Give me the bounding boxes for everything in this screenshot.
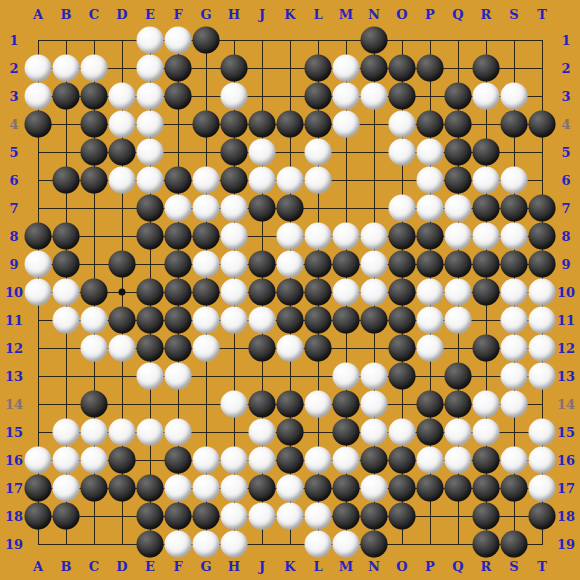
stone-white[interactable]: [249, 447, 276, 474]
stone-black[interactable]: [501, 475, 528, 502]
stone-black[interactable]: [305, 475, 332, 502]
stone-white[interactable]: [305, 447, 332, 474]
stone-white[interactable]: [109, 419, 136, 446]
stone-black[interactable]: [165, 223, 192, 250]
stone-white[interactable]: [529, 447, 556, 474]
stone-black[interactable]: [333, 419, 360, 446]
stone-white[interactable]: [221, 83, 248, 110]
stone-white[interactable]: [417, 279, 444, 306]
stone-white[interactable]: [277, 335, 304, 362]
stone-black[interactable]: [417, 251, 444, 278]
stone-white[interactable]: [221, 503, 248, 530]
stone-black[interactable]: [277, 111, 304, 138]
stone-black[interactable]: [529, 223, 556, 250]
stone-black[interactable]: [277, 419, 304, 446]
stone-black[interactable]: [529, 111, 556, 138]
stone-black[interactable]: [445, 475, 472, 502]
stone-black[interactable]: [53, 167, 80, 194]
grid-line-horizontal: [38, 544, 543, 545]
stone-black[interactable]: [249, 475, 276, 502]
stone-white[interactable]: [53, 279, 80, 306]
coord-label-left: 16: [5, 454, 23, 467]
coord-label-top: A: [33, 8, 43, 21]
stone-white[interactable]: [333, 531, 360, 558]
stone-white[interactable]: [221, 447, 248, 474]
stone-white[interactable]: [25, 83, 52, 110]
stone-black[interactable]: [333, 307, 360, 334]
stone-white[interactable]: [221, 531, 248, 558]
stone-black[interactable]: [473, 55, 500, 82]
stone-black[interactable]: [389, 447, 416, 474]
stone-black[interactable]: [221, 55, 248, 82]
coord-label-left: 1: [9, 34, 18, 47]
stone-black[interactable]: [389, 83, 416, 110]
stone-white[interactable]: [109, 335, 136, 362]
stone-black[interactable]: [473, 251, 500, 278]
stone-white[interactable]: [193, 195, 220, 222]
coord-label-bottom: T: [537, 560, 547, 573]
stone-white[interactable]: [221, 195, 248, 222]
stone-white[interactable]: [473, 419, 500, 446]
stone-black[interactable]: [165, 251, 192, 278]
stone-black[interactable]: [249, 195, 276, 222]
stone-black[interactable]: [109, 447, 136, 474]
stone-white[interactable]: [333, 55, 360, 82]
stone-white[interactable]: [109, 167, 136, 194]
stone-white[interactable]: [501, 279, 528, 306]
coord-label-left: 17: [5, 482, 23, 495]
stone-white[interactable]: [221, 279, 248, 306]
stone-white[interactable]: [445, 195, 472, 222]
stone-white[interactable]: [333, 83, 360, 110]
stone-black[interactable]: [81, 83, 108, 110]
stone-black[interactable]: [165, 307, 192, 334]
stone-black[interactable]: [501, 195, 528, 222]
stone-white[interactable]: [501, 223, 528, 250]
stone-white[interactable]: [445, 279, 472, 306]
coord-label-right: 12: [557, 342, 575, 355]
stone-white[interactable]: [81, 55, 108, 82]
coord-label-bottom: C: [89, 560, 99, 573]
coord-label-left: 2: [9, 62, 18, 75]
stone-white[interactable]: [445, 419, 472, 446]
stone-white[interactable]: [361, 83, 388, 110]
stone-white[interactable]: [305, 391, 332, 418]
stone-white[interactable]: [193, 335, 220, 362]
stone-black[interactable]: [137, 475, 164, 502]
stone-black[interactable]: [361, 27, 388, 54]
stone-white[interactable]: [277, 475, 304, 502]
stone-white[interactable]: [53, 307, 80, 334]
stone-black[interactable]: [417, 391, 444, 418]
stone-black[interactable]: [389, 363, 416, 390]
coord-label-bottom: L: [313, 560, 322, 573]
stone-black[interactable]: [417, 55, 444, 82]
stone-black[interactable]: [417, 419, 444, 446]
stone-white[interactable]: [165, 363, 192, 390]
stone-white[interactable]: [305, 503, 332, 530]
coord-label-right: 17: [557, 482, 575, 495]
stone-black[interactable]: [137, 279, 164, 306]
stone-black[interactable]: [445, 83, 472, 110]
coord-label-top: G: [200, 8, 211, 21]
coord-label-right: 5: [561, 146, 570, 159]
stone-black[interactable]: [221, 167, 248, 194]
stone-white[interactable]: [529, 475, 556, 502]
stone-black[interactable]: [361, 55, 388, 82]
stone-black[interactable]: [109, 475, 136, 502]
stone-black[interactable]: [389, 55, 416, 82]
stone-black[interactable]: [417, 111, 444, 138]
stone-black[interactable]: [361, 503, 388, 530]
stone-black[interactable]: [81, 139, 108, 166]
stone-white[interactable]: [81, 419, 108, 446]
stone-black[interactable]: [81, 279, 108, 306]
stone-black[interactable]: [529, 195, 556, 222]
stone-black[interactable]: [53, 83, 80, 110]
stone-white[interactable]: [529, 419, 556, 446]
stone-white[interactable]: [529, 363, 556, 390]
stone-white[interactable]: [361, 363, 388, 390]
stone-black[interactable]: [165, 167, 192, 194]
stone-black[interactable]: [137, 223, 164, 250]
stone-white[interactable]: [137, 167, 164, 194]
stone-black[interactable]: [305, 83, 332, 110]
stone-black[interactable]: [501, 251, 528, 278]
stone-black[interactable]: [277, 391, 304, 418]
stone-black[interactable]: [389, 223, 416, 250]
coord-label-right: 4: [561, 118, 570, 131]
stone-white[interactable]: [529, 307, 556, 334]
stone-white[interactable]: [333, 111, 360, 138]
stone-white[interactable]: [361, 251, 388, 278]
stone-black[interactable]: [109, 307, 136, 334]
stone-black[interactable]: [25, 223, 52, 250]
stone-black[interactable]: [305, 279, 332, 306]
stone-black[interactable]: [473, 195, 500, 222]
coord-label-right: 18: [557, 510, 575, 523]
stone-white[interactable]: [473, 83, 500, 110]
stone-white[interactable]: [53, 419, 80, 446]
stone-black[interactable]: [361, 531, 388, 558]
stone-black[interactable]: [221, 111, 248, 138]
stone-white[interactable]: [361, 391, 388, 418]
stone-black[interactable]: [445, 167, 472, 194]
stone-black[interactable]: [305, 111, 332, 138]
stone-black[interactable]: [473, 139, 500, 166]
stone-black[interactable]: [445, 363, 472, 390]
stone-black[interactable]: [137, 335, 164, 362]
stone-black[interactable]: [25, 111, 52, 138]
stone-white[interactable]: [417, 195, 444, 222]
coord-label-top: R: [481, 8, 492, 21]
stone-black[interactable]: [53, 251, 80, 278]
stone-black[interactable]: [165, 83, 192, 110]
stone-white[interactable]: [389, 419, 416, 446]
stone-white[interactable]: [193, 531, 220, 558]
stone-white[interactable]: [445, 307, 472, 334]
coord-label-bottom: H: [228, 560, 240, 573]
coord-label-right: 19: [557, 538, 575, 551]
stone-white[interactable]: [137, 83, 164, 110]
stone-black[interactable]: [305, 251, 332, 278]
stone-black[interactable]: [361, 447, 388, 474]
stone-black[interactable]: [277, 279, 304, 306]
stone-white[interactable]: [277, 167, 304, 194]
stone-black[interactable]: [53, 223, 80, 250]
stone-white[interactable]: [81, 447, 108, 474]
stone-white[interactable]: [501, 447, 528, 474]
stone-white[interactable]: [277, 223, 304, 250]
stone-white[interactable]: [501, 83, 528, 110]
stone-white[interactable]: [473, 167, 500, 194]
stone-white[interactable]: [473, 391, 500, 418]
stone-black[interactable]: [417, 475, 444, 502]
stone-black[interactable]: [389, 279, 416, 306]
stone-black[interactable]: [333, 391, 360, 418]
stone-white[interactable]: [361, 419, 388, 446]
coord-label-bottom: A: [33, 560, 43, 573]
stone-white[interactable]: [445, 223, 472, 250]
stone-black[interactable]: [249, 335, 276, 362]
stone-white[interactable]: [445, 447, 472, 474]
stone-white[interactable]: [53, 447, 80, 474]
stone-white[interactable]: [417, 335, 444, 362]
stone-white[interactable]: [221, 223, 248, 250]
stone-black[interactable]: [277, 307, 304, 334]
stone-black[interactable]: [137, 307, 164, 334]
stone-black[interactable]: [249, 251, 276, 278]
coord-label-bottom: S: [509, 560, 518, 573]
stone-white[interactable]: [501, 391, 528, 418]
stone-black[interactable]: [445, 391, 472, 418]
stone-black[interactable]: [249, 111, 276, 138]
stone-white[interactable]: [109, 83, 136, 110]
coord-label-bottom: Q: [452, 560, 463, 573]
stone-black[interactable]: [193, 503, 220, 530]
stone-black[interactable]: [193, 223, 220, 250]
stone-white[interactable]: [53, 475, 80, 502]
coord-label-top: J: [259, 8, 265, 21]
stone-black[interactable]: [249, 279, 276, 306]
go-board[interactable]: AABBCCDDEEFFGGHHJJKKLLMMNNOOPPQQRRSSTT11…: [0, 0, 580, 580]
stone-white[interactable]: [193, 251, 220, 278]
stone-white[interactable]: [137, 111, 164, 138]
stone-black[interactable]: [473, 531, 500, 558]
stone-black[interactable]: [361, 307, 388, 334]
coord-label-right: 1: [561, 34, 570, 47]
stone-black[interactable]: [81, 391, 108, 418]
stone-white[interactable]: [25, 279, 52, 306]
stone-black[interactable]: [81, 167, 108, 194]
stone-black[interactable]: [165, 335, 192, 362]
stone-black[interactable]: [137, 195, 164, 222]
stone-white[interactable]: [249, 307, 276, 334]
stone-white[interactable]: [333, 447, 360, 474]
coord-label-bottom: O: [396, 560, 407, 573]
coord-label-top: P: [425, 8, 435, 21]
stone-white[interactable]: [25, 251, 52, 278]
stone-white[interactable]: [193, 475, 220, 502]
stone-white[interactable]: [165, 419, 192, 446]
stone-white[interactable]: [389, 195, 416, 222]
stone-black[interactable]: [193, 111, 220, 138]
coord-label-right: 13: [557, 370, 575, 383]
stone-black[interactable]: [445, 251, 472, 278]
stone-white[interactable]: [305, 531, 332, 558]
stone-black[interactable]: [529, 251, 556, 278]
coord-label-top: T: [537, 8, 547, 21]
stone-black[interactable]: [53, 503, 80, 530]
stone-white[interactable]: [81, 307, 108, 334]
stone-white[interactable]: [501, 363, 528, 390]
stone-white[interactable]: [305, 167, 332, 194]
stone-black[interactable]: [389, 503, 416, 530]
stone-white[interactable]: [221, 475, 248, 502]
coord-label-left: 14: [5, 398, 23, 411]
stone-black[interactable]: [473, 503, 500, 530]
stone-white[interactable]: [361, 279, 388, 306]
stone-white[interactable]: [193, 307, 220, 334]
stone-white[interactable]: [417, 167, 444, 194]
stone-white[interactable]: [249, 139, 276, 166]
stone-white[interactable]: [501, 167, 528, 194]
stone-white[interactable]: [361, 475, 388, 502]
stone-white[interactable]: [389, 139, 416, 166]
stone-white[interactable]: [137, 55, 164, 82]
stone-black[interactable]: [445, 111, 472, 138]
stone-white[interactable]: [277, 503, 304, 530]
coord-label-bottom: B: [61, 560, 72, 573]
stone-white[interactable]: [333, 223, 360, 250]
stone-white[interactable]: [389, 111, 416, 138]
stone-black[interactable]: [81, 111, 108, 138]
stone-white[interactable]: [277, 251, 304, 278]
coord-label-bottom: G: [200, 560, 211, 573]
stone-white[interactable]: [529, 279, 556, 306]
star-point: [119, 289, 126, 296]
stone-black[interactable]: [389, 335, 416, 362]
stone-black[interactable]: [501, 111, 528, 138]
stone-white[interactable]: [81, 335, 108, 362]
stone-white[interactable]: [137, 363, 164, 390]
stone-black[interactable]: [165, 55, 192, 82]
stone-white[interactable]: [361, 223, 388, 250]
coord-label-bottom: P: [425, 560, 435, 573]
coord-label-right: 8: [561, 230, 570, 243]
stone-black[interactable]: [165, 503, 192, 530]
stone-black[interactable]: [305, 307, 332, 334]
stone-white[interactable]: [305, 139, 332, 166]
stone-black[interactable]: [333, 251, 360, 278]
coord-label-top: B: [61, 8, 72, 21]
stone-black[interactable]: [445, 139, 472, 166]
stone-white[interactable]: [137, 139, 164, 166]
stone-white[interactable]: [221, 391, 248, 418]
stone-black[interactable]: [277, 447, 304, 474]
coord-label-bottom: E: [145, 560, 155, 573]
coord-label-top: M: [339, 8, 353, 21]
stone-white[interactable]: [25, 55, 52, 82]
stone-white[interactable]: [165, 531, 192, 558]
stone-white[interactable]: [305, 223, 332, 250]
stone-black[interactable]: [249, 391, 276, 418]
stone-white[interactable]: [193, 167, 220, 194]
coord-label-left: 15: [5, 426, 23, 439]
stone-black[interactable]: [389, 251, 416, 278]
stone-black[interactable]: [473, 279, 500, 306]
stone-white[interactable]: [137, 27, 164, 54]
stone-white[interactable]: [333, 363, 360, 390]
stone-white[interactable]: [249, 419, 276, 446]
stone-black[interactable]: [333, 503, 360, 530]
stone-black[interactable]: [473, 475, 500, 502]
stone-black[interactable]: [389, 307, 416, 334]
stone-black[interactable]: [529, 503, 556, 530]
stone-black[interactable]: [333, 475, 360, 502]
stone-white[interactable]: [473, 223, 500, 250]
coord-label-left: 10: [5, 286, 23, 299]
stone-white[interactable]: [221, 251, 248, 278]
stone-black[interactable]: [193, 27, 220, 54]
stone-white[interactable]: [417, 307, 444, 334]
stone-white[interactable]: [193, 447, 220, 474]
stone-black[interactable]: [277, 195, 304, 222]
stone-white[interactable]: [165, 27, 192, 54]
stone-white[interactable]: [249, 503, 276, 530]
stone-black[interactable]: [417, 223, 444, 250]
stone-black[interactable]: [389, 475, 416, 502]
stone-white[interactable]: [417, 139, 444, 166]
stone-white[interactable]: [221, 307, 248, 334]
stone-white[interactable]: [501, 307, 528, 334]
stone-black[interactable]: [473, 447, 500, 474]
coord-label-left: 13: [5, 370, 23, 383]
stone-white[interactable]: [333, 279, 360, 306]
coord-label-bottom: J: [259, 560, 265, 573]
stone-black[interactable]: [473, 335, 500, 362]
stone-white[interactable]: [417, 447, 444, 474]
stone-white[interactable]: [165, 195, 192, 222]
coord-label-right: 6: [561, 174, 570, 187]
stone-black[interactable]: [25, 503, 52, 530]
stone-white[interactable]: [25, 447, 52, 474]
stone-black[interactable]: [137, 503, 164, 530]
stone-black[interactable]: [81, 475, 108, 502]
stone-black[interactable]: [501, 531, 528, 558]
stone-black[interactable]: [305, 335, 332, 362]
stone-black[interactable]: [305, 55, 332, 82]
stone-black[interactable]: [165, 279, 192, 306]
stone-white[interactable]: [137, 419, 164, 446]
stone-white[interactable]: [109, 111, 136, 138]
stone-black[interactable]: [193, 279, 220, 306]
coord-label-top: E: [145, 8, 155, 21]
stone-white[interactable]: [249, 167, 276, 194]
coord-label-right: 16: [557, 454, 575, 467]
stone-black[interactable]: [165, 447, 192, 474]
stone-white[interactable]: [53, 55, 80, 82]
stone-white[interactable]: [501, 335, 528, 362]
stone-white[interactable]: [165, 475, 192, 502]
stone-black[interactable]: [25, 475, 52, 502]
stone-black[interactable]: [221, 139, 248, 166]
stone-white[interactable]: [529, 335, 556, 362]
coord-label-top: L: [313, 8, 322, 21]
stone-black[interactable]: [137, 531, 164, 558]
stone-black[interactable]: [109, 251, 136, 278]
stone-black[interactable]: [109, 139, 136, 166]
